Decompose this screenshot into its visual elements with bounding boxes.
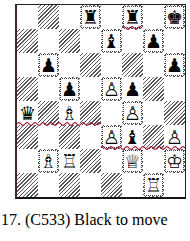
square-a6 — [17, 53, 38, 77]
square-d8: ♜ — [80, 5, 101, 29]
square-b4 — [38, 101, 59, 125]
square-a1 — [17, 173, 38, 197]
piece-white-pawn: ♙ — [164, 125, 185, 149]
square-g1: ♖ — [143, 173, 164, 197]
square-b7 — [38, 29, 59, 53]
square-b3 — [38, 125, 59, 149]
square-d5 — [80, 77, 101, 101]
square-f5: ♟ — [122, 77, 143, 101]
square-f8: ♜ — [122, 5, 143, 29]
chess-diagram: ♜♜♚♝♟♟♟♟♙♟♛♗♙♙♝♙♗♖♕♔♖ 17. (C533) Black t… — [0, 0, 190, 241]
square-a7 — [17, 29, 38, 53]
piece-white-pawn: ♙ — [101, 125, 122, 149]
piece-white-pawn: ♙ — [101, 77, 122, 101]
piece-black-pawn: ♟ — [59, 77, 80, 101]
square-g2 — [143, 149, 164, 173]
square-h7 — [164, 29, 185, 53]
square-e7: ♝ — [101, 29, 122, 53]
square-g6 — [143, 53, 164, 77]
square-b5 — [38, 77, 59, 101]
square-g7: ♟ — [143, 29, 164, 53]
square-e8 — [101, 5, 122, 29]
square-c3 — [59, 125, 80, 149]
square-g4 — [143, 101, 164, 125]
square-g5 — [143, 77, 164, 101]
piece-black-queen: ♛ — [17, 101, 38, 125]
square-b6: ♟ — [38, 53, 59, 77]
piece-white-rook: ♖ — [59, 149, 80, 173]
square-h2: ♔ — [164, 149, 185, 173]
square-a5 — [17, 77, 38, 101]
piece-black-bishop: ♝ — [101, 29, 122, 53]
square-a4: ♛ — [17, 101, 38, 125]
piece-white-bishop: ♗ — [38, 149, 59, 173]
square-f7 — [122, 29, 143, 53]
piece-black-rook: ♜ — [80, 5, 101, 29]
board-frame: ♜♜♚♝♟♟♟♟♙♟♛♗♙♙♝♙♗♖♕♔♖ — [15, 4, 186, 199]
square-a3 — [17, 125, 38, 149]
chess-board: ♜♜♚♝♟♟♟♟♙♟♛♗♙♙♝♙♗♖♕♔♖ — [17, 5, 185, 197]
square-c2: ♖ — [59, 149, 80, 173]
piece-black-rook: ♜ — [122, 5, 143, 29]
piece-black-pawn: ♟ — [122, 77, 143, 101]
square-d3 — [80, 125, 101, 149]
piece-black-pawn: ♟ — [38, 53, 59, 77]
square-f4: ♙ — [122, 101, 143, 125]
square-e5: ♙ — [101, 77, 122, 101]
square-e3: ♙ — [101, 125, 122, 149]
square-h4 — [164, 101, 185, 125]
piece-white-king: ♔ — [164, 149, 185, 173]
square-d7 — [80, 29, 101, 53]
square-h6: ♟ — [164, 53, 185, 77]
square-f3: ♝ — [122, 125, 143, 149]
piece-black-pawn: ♟ — [143, 29, 164, 53]
square-c6 — [59, 53, 80, 77]
square-c5: ♟ — [59, 77, 80, 101]
piece-black-bishop: ♝ — [122, 125, 143, 149]
square-c4: ♗ — [59, 101, 80, 125]
square-a8 — [17, 5, 38, 29]
piece-black-pawn: ♟ — [164, 53, 185, 77]
square-c1 — [59, 173, 80, 197]
square-e4 — [101, 101, 122, 125]
square-h8: ♚ — [164, 5, 185, 29]
piece-white-bishop: ♗ — [59, 101, 80, 125]
caption: 17. (C533) Black to move — [1, 211, 168, 229]
square-f1 — [122, 173, 143, 197]
square-b8 — [38, 5, 59, 29]
square-h5 — [164, 77, 185, 101]
piece-white-rook: ♖ — [143, 173, 164, 197]
square-e2 — [101, 149, 122, 173]
square-e6 — [101, 53, 122, 77]
piece-white-queen: ♕ — [122, 149, 143, 173]
square-h3: ♙ — [164, 125, 185, 149]
square-d2 — [80, 149, 101, 173]
square-g3 — [143, 125, 164, 149]
square-h1 — [164, 173, 185, 197]
square-g8 — [143, 5, 164, 29]
square-e1 — [101, 173, 122, 197]
square-c8 — [59, 5, 80, 29]
square-d1 — [80, 173, 101, 197]
piece-white-pawn: ♙ — [122, 101, 143, 125]
square-f6 — [122, 53, 143, 77]
square-f2: ♕ — [122, 149, 143, 173]
square-d4 — [80, 101, 101, 125]
square-d6 — [80, 53, 101, 77]
square-a2 — [17, 149, 38, 173]
piece-black-king: ♚ — [164, 5, 185, 29]
square-b1 — [38, 173, 59, 197]
square-c7 — [59, 29, 80, 53]
square-b2: ♗ — [38, 149, 59, 173]
